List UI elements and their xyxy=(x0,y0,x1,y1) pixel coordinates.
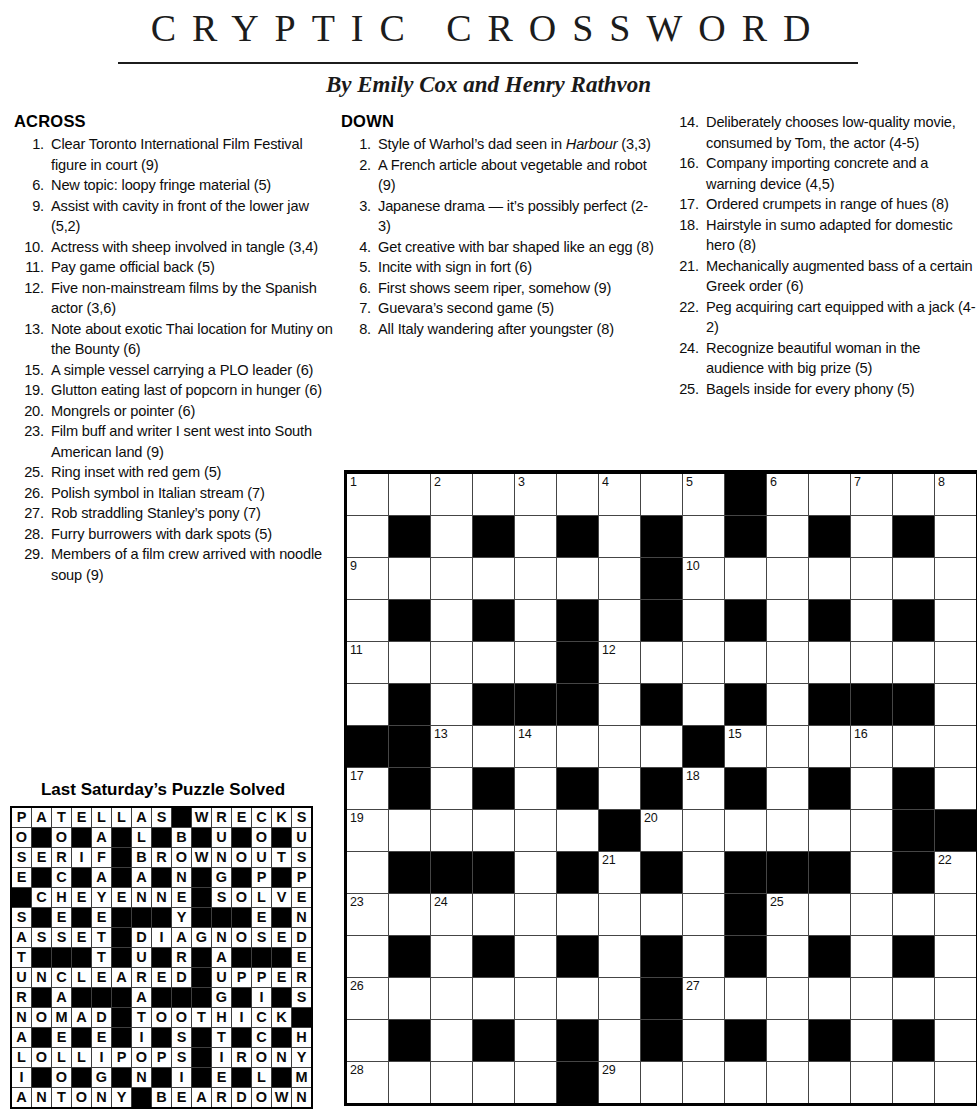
grid-cell[interactable] xyxy=(599,1020,640,1061)
black-cell xyxy=(389,852,430,893)
solved-puzzle-grid: PATELLASWRECKSOOALBUOUSERIFBROWNOUTSECAA… xyxy=(10,806,313,1109)
black-cell xyxy=(725,474,766,515)
clue-item: 22.Peg acquiring cart equipped with a ja… xyxy=(662,297,976,338)
grid-cell[interactable] xyxy=(725,978,766,1019)
grid-cell[interactable] xyxy=(809,642,850,683)
grid-cell[interactable] xyxy=(431,516,472,557)
grid-cell[interactable] xyxy=(851,936,892,977)
grid-cell[interactable] xyxy=(935,1020,976,1061)
grid-cell[interactable]: 15 xyxy=(725,726,766,767)
grid-cell[interactable] xyxy=(557,558,598,599)
black-cell xyxy=(192,828,211,847)
grid-cell[interactable]: 16 xyxy=(851,726,892,767)
cell-number: 2 xyxy=(434,475,441,489)
solved-letter-cell: P xyxy=(232,968,251,987)
black-cell xyxy=(557,1062,598,1103)
grid-cell[interactable] xyxy=(767,1062,808,1103)
grid-cell[interactable] xyxy=(515,978,556,1019)
grid-cell[interactable] xyxy=(641,642,682,683)
clue-text: New topic: loopy fringe material (5) xyxy=(51,177,271,193)
black-cell xyxy=(232,1028,251,1047)
grid-cell[interactable] xyxy=(473,810,514,851)
clue-item: 27.Rob straddling Stanley’s pony (7) xyxy=(14,503,336,524)
grid-cell[interactable] xyxy=(599,768,640,809)
solved-letter-cell: I xyxy=(12,1068,31,1087)
solved-letter-cell: C xyxy=(52,968,71,987)
grid-cell[interactable] xyxy=(515,768,556,809)
grid-cell[interactable] xyxy=(893,558,934,599)
grid-cell[interactable] xyxy=(851,852,892,893)
grid-cell[interactable]: 25 xyxy=(767,894,808,935)
cell-number: 15 xyxy=(728,727,741,741)
grid-cell[interactable] xyxy=(599,516,640,557)
grid-cell[interactable] xyxy=(851,558,892,599)
solved-letter-cell: S xyxy=(252,928,271,947)
grid-cell[interactable] xyxy=(851,1062,892,1103)
solved-letter-cell: S xyxy=(52,928,71,947)
clue-item: 18.Hairstyle in sumo adapted for domesti… xyxy=(662,215,976,256)
black-cell xyxy=(641,936,682,977)
grid-cell[interactable] xyxy=(767,726,808,767)
solved-letter-cell: A xyxy=(212,948,231,967)
clue-text: First shows seem riper, somehow (9) xyxy=(378,280,611,296)
grid-cell[interactable] xyxy=(599,558,640,599)
grid-cell[interactable]: 14 xyxy=(515,726,556,767)
solved-letter-cell: N xyxy=(32,968,51,987)
grid-cell[interactable] xyxy=(347,684,388,725)
grid-cell[interactable] xyxy=(389,558,430,599)
grid-cell[interactable] xyxy=(473,642,514,683)
solved-letter-cell: T xyxy=(52,1088,71,1107)
cell-number: 23 xyxy=(350,895,363,909)
black-cell xyxy=(557,516,598,557)
black-cell xyxy=(232,908,251,927)
grid-cell[interactable] xyxy=(725,810,766,851)
black-cell xyxy=(272,1028,291,1047)
grid-cell[interactable] xyxy=(557,726,598,767)
grid-cell[interactable]: 26 xyxy=(347,978,388,1019)
grid-cell[interactable]: 9 xyxy=(347,558,388,599)
grid-cell[interactable] xyxy=(767,600,808,641)
black-cell xyxy=(192,868,211,887)
solved-letter-cell: E xyxy=(52,908,71,927)
black-cell xyxy=(389,768,430,809)
grid-cell[interactable]: 5 xyxy=(683,474,724,515)
grid-cell[interactable] xyxy=(347,600,388,641)
clue-item: 5.Incite with sign in fort (6) xyxy=(341,257,656,278)
clue-item: 9.Assist with cavity in front of the low… xyxy=(14,196,336,237)
grid-cell[interactable] xyxy=(725,1062,766,1103)
grid-cell[interactable] xyxy=(893,642,934,683)
solved-letter-cell: M xyxy=(52,1008,71,1027)
grid-cell[interactable] xyxy=(599,726,640,767)
solved-letter-cell: O xyxy=(252,1088,271,1107)
clue-text: Mechanically augmented bass of a certain… xyxy=(706,258,973,295)
clue-number: 26. xyxy=(14,483,44,504)
black-cell xyxy=(473,600,514,641)
clue-text: Members of a film crew arrived with nood… xyxy=(51,546,322,583)
clue-number: 2. xyxy=(341,155,371,176)
black-cell xyxy=(292,1008,311,1027)
solved-letter-cell: L xyxy=(252,888,271,907)
grid-cell[interactable] xyxy=(767,810,808,851)
grid-cell[interactable]: 1 xyxy=(347,474,388,515)
grid-cell[interactable] xyxy=(473,474,514,515)
black-cell xyxy=(767,852,808,893)
grid-cell[interactable] xyxy=(809,1062,850,1103)
black-cell xyxy=(557,852,598,893)
grid-cell[interactable] xyxy=(809,726,850,767)
black-cell xyxy=(809,600,850,641)
grid-cell[interactable] xyxy=(515,558,556,599)
grid-cell[interactable]: 22 xyxy=(935,852,976,893)
grid-cell[interactable] xyxy=(893,978,934,1019)
grid-cell[interactable]: 11 xyxy=(347,642,388,683)
clue-text: Assist with cavity in front of the lower… xyxy=(51,198,309,235)
black-cell xyxy=(192,908,211,927)
black-cell xyxy=(557,642,598,683)
grid-cell[interactable] xyxy=(641,474,682,515)
cell-number: 17 xyxy=(350,769,363,783)
solved-letter-cell: A xyxy=(12,1088,31,1107)
black-cell xyxy=(389,1020,430,1061)
solved-letter-cell: L xyxy=(72,968,91,987)
clue-item: 2.A French article about vegetable and r… xyxy=(341,155,656,196)
grid-cell[interactable] xyxy=(389,978,430,1019)
grid-cell[interactable] xyxy=(431,1062,472,1103)
grid-cell[interactable]: 21 xyxy=(599,852,640,893)
solved-letter-cell: O xyxy=(52,828,71,847)
grid-cell[interactable] xyxy=(389,894,430,935)
clue-text: Furry burrowers with dark spots (5) xyxy=(51,526,272,542)
grid-cell[interactable]: 13 xyxy=(431,726,472,767)
grid-cell[interactable] xyxy=(935,936,976,977)
clue-text: Ring inset with red gem (5) xyxy=(51,464,221,480)
black-cell xyxy=(725,768,766,809)
clue-number: 27. xyxy=(14,503,44,524)
solved-letter-cell: T xyxy=(212,1028,231,1047)
clue-item: 6.First shows seem riper, somehow (9) xyxy=(341,278,656,299)
grid-cell[interactable]: 8 xyxy=(935,474,976,515)
grid-cell[interactable] xyxy=(935,600,976,641)
solved-letter-cell: P xyxy=(252,868,271,887)
clue-text: A French article about vegetable and rob… xyxy=(378,157,647,194)
grid-cell[interactable] xyxy=(935,768,976,809)
black-cell xyxy=(725,852,766,893)
clue-item: 6.New topic: loopy fringe material (5) xyxy=(14,175,336,196)
clue-text: Pay game official back (5) xyxy=(51,259,215,275)
clue-text: Mongrels or pointer (6) xyxy=(51,403,195,419)
cell-number: 12 xyxy=(602,643,615,657)
solved-puzzle-title: Last Saturday’s Puzzle Solved xyxy=(10,780,316,800)
grid-cell[interactable] xyxy=(851,810,892,851)
grid-cell[interactable] xyxy=(851,642,892,683)
grid-cell[interactable] xyxy=(515,936,556,977)
grid-cell[interactable] xyxy=(389,642,430,683)
grid-cell[interactable] xyxy=(431,684,472,725)
grid-cell[interactable]: 29 xyxy=(599,1062,640,1103)
grid-cell[interactable] xyxy=(515,894,556,935)
solved-letter-cell: E xyxy=(12,868,31,887)
grid-cell[interactable]: 12 xyxy=(599,642,640,683)
grid-cell[interactable] xyxy=(431,810,472,851)
black-cell xyxy=(935,810,976,851)
black-cell xyxy=(232,988,251,1007)
solved-letter-cell: U xyxy=(212,968,231,987)
grid-cell[interactable] xyxy=(725,642,766,683)
grid-cell[interactable] xyxy=(851,516,892,557)
solved-letter-cell: U xyxy=(252,848,271,867)
grid-cell[interactable]: 24 xyxy=(431,894,472,935)
black-cell xyxy=(272,828,291,847)
grid-cell[interactable] xyxy=(641,726,682,767)
grid-cell[interactable] xyxy=(851,894,892,935)
grid-cell[interactable] xyxy=(515,600,556,641)
black-cell xyxy=(272,988,291,1007)
grid-cell[interactable] xyxy=(473,894,514,935)
grid-cell[interactable] xyxy=(557,810,598,851)
grid-cell[interactable] xyxy=(515,810,556,851)
clue-number: 20. xyxy=(14,401,44,422)
grid-cell[interactable] xyxy=(683,684,724,725)
solved-letter-cell: A xyxy=(32,808,51,827)
solved-letter-cell: A xyxy=(52,988,71,1007)
grid-cell[interactable] xyxy=(557,978,598,1019)
grid-cell[interactable]: 20 xyxy=(641,810,682,851)
grid-cell[interactable] xyxy=(935,684,976,725)
grid-cell[interactable] xyxy=(599,978,640,1019)
grid-cell[interactable]: 4 xyxy=(599,474,640,515)
solved-letter-cell: A xyxy=(132,988,151,1007)
grid-cell[interactable] xyxy=(767,936,808,977)
clue-number: 29. xyxy=(14,544,44,565)
black-cell xyxy=(473,1020,514,1061)
solved-letter-cell: I xyxy=(232,1008,251,1027)
grid-cell[interactable] xyxy=(431,936,472,977)
clue-text: Note about exotic Thai location for Muti… xyxy=(51,321,333,358)
cell-number: 14 xyxy=(518,727,531,741)
grid-cell[interactable] xyxy=(599,600,640,641)
grid-cell[interactable] xyxy=(683,1062,724,1103)
clue-text: Rob straddling Stanley’s pony (7) xyxy=(51,505,261,521)
grid-cell[interactable]: 10 xyxy=(683,558,724,599)
grid-cell[interactable] xyxy=(347,936,388,977)
solved-letter-cell: O xyxy=(172,848,191,867)
down-header: DOWN xyxy=(341,112,656,131)
grid-cell[interactable] xyxy=(851,978,892,1019)
clue-text: Deliberately chooses low-quality movie, … xyxy=(706,114,956,151)
grid-cell[interactable] xyxy=(935,1062,976,1103)
grid-cell[interactable] xyxy=(935,642,976,683)
grid-cell[interactable] xyxy=(935,978,976,1019)
grid-cell[interactable] xyxy=(473,726,514,767)
black-cell xyxy=(347,726,388,767)
grid-cell[interactable]: 6 xyxy=(767,474,808,515)
grid-cell[interactable]: 19 xyxy=(347,810,388,851)
grid-cell[interactable] xyxy=(935,558,976,599)
grid-cell[interactable] xyxy=(767,684,808,725)
solved-letter-cell: A xyxy=(72,1008,91,1027)
cell-number: 28 xyxy=(350,1063,363,1077)
solved-letter-cell: B xyxy=(152,1088,171,1107)
grid-cell[interactable] xyxy=(431,768,472,809)
grid-cell[interactable]: 7 xyxy=(851,474,892,515)
solved-letter-cell: K xyxy=(272,1008,291,1027)
grid-cell[interactable] xyxy=(935,726,976,767)
black-cell xyxy=(72,988,91,1007)
grid-cell[interactable] xyxy=(767,558,808,599)
solved-letter-cell: R xyxy=(292,968,311,987)
solved-letter-cell: Y xyxy=(292,1048,311,1067)
grid-cell[interactable] xyxy=(809,474,850,515)
solved-letter-cell: C xyxy=(252,1028,271,1047)
black-cell xyxy=(641,516,682,557)
black-cell xyxy=(641,768,682,809)
grid-cell[interactable]: 27 xyxy=(683,978,724,1019)
grid-cell[interactable] xyxy=(809,558,850,599)
solved-letter-cell: N xyxy=(212,848,231,867)
grid-cell[interactable] xyxy=(431,600,472,641)
grid-cell[interactable] xyxy=(557,894,598,935)
grid-cell[interactable] xyxy=(431,978,472,1019)
grid-cell[interactable] xyxy=(893,474,934,515)
grid-cell[interactable] xyxy=(683,894,724,935)
black-cell xyxy=(112,1008,131,1027)
grid-cell[interactable] xyxy=(683,852,724,893)
solved-letter-cell: E xyxy=(172,1088,191,1107)
grid-cell[interactable] xyxy=(809,978,850,1019)
clue-number: 11. xyxy=(14,257,44,278)
solved-letter-cell: I xyxy=(212,1048,231,1067)
grid-cell[interactable] xyxy=(389,1062,430,1103)
black-cell xyxy=(515,684,556,725)
grid-cell[interactable] xyxy=(557,474,598,515)
across-header: ACROSS xyxy=(14,112,336,131)
grid-cell[interactable]: 18 xyxy=(683,768,724,809)
grid-cell[interactable] xyxy=(767,516,808,557)
cell-number: 24 xyxy=(434,895,447,909)
grid-cell[interactable] xyxy=(893,894,934,935)
grid-cell[interactable] xyxy=(641,1062,682,1103)
grid-cell[interactable] xyxy=(851,768,892,809)
black-cell xyxy=(152,948,171,967)
cell-number: 18 xyxy=(686,769,699,783)
grid-cell[interactable] xyxy=(599,894,640,935)
solved-letter-cell: E xyxy=(232,808,251,827)
black-cell xyxy=(557,600,598,641)
solved-letter-cell: U xyxy=(132,948,151,967)
solved-letter-cell: N xyxy=(132,1068,151,1087)
grid-cell[interactable] xyxy=(473,1062,514,1103)
grid-cell[interactable] xyxy=(767,642,808,683)
grid-cell[interactable] xyxy=(515,1020,556,1061)
grid-cell[interactable] xyxy=(599,684,640,725)
grid-cell[interactable] xyxy=(809,894,850,935)
grid-cell[interactable] xyxy=(599,936,640,977)
grid-cell[interactable] xyxy=(725,558,766,599)
grid-cell[interactable] xyxy=(935,516,976,557)
grid-cell[interactable]: 28 xyxy=(347,1062,388,1103)
grid-cell[interactable] xyxy=(347,852,388,893)
clue-item: 7.Guevara’s second game (5) xyxy=(341,298,656,319)
solved-letter-cell: O xyxy=(32,1008,51,1027)
grid-cell[interactable]: 17 xyxy=(347,768,388,809)
solved-letter-cell: A xyxy=(92,868,111,887)
black-cell xyxy=(389,516,430,557)
grid-cell[interactable] xyxy=(893,726,934,767)
grid-cell[interactable] xyxy=(431,558,472,599)
grid-cell[interactable] xyxy=(683,1020,724,1061)
black-cell xyxy=(32,988,51,1007)
grid-cell[interactable] xyxy=(347,516,388,557)
crossword-page: CRYPTIC CROSSWORD By Emily Cox and Henry… xyxy=(0,0,977,1116)
grid-cell[interactable] xyxy=(683,600,724,641)
grid-cell[interactable] xyxy=(389,474,430,515)
grid-cell[interactable] xyxy=(851,1020,892,1061)
clue-text: Recognize beautiful woman in the audienc… xyxy=(706,340,920,377)
grid-cell[interactable] xyxy=(473,978,514,1019)
clue-item: 19.Glutton eating last of popcorn in hun… xyxy=(14,380,336,401)
grid-cell[interactable]: 2 xyxy=(431,474,472,515)
black-cell xyxy=(725,894,766,935)
clue-item: 8.All Italy wandering after youngster (8… xyxy=(341,319,656,340)
clue-number: 4. xyxy=(341,237,371,258)
solved-letter-cell: G xyxy=(212,868,231,887)
black-cell xyxy=(192,888,211,907)
solved-letter-cell: N xyxy=(152,888,171,907)
solved-letter-cell: M xyxy=(292,1068,311,1087)
grid-cell[interactable] xyxy=(683,516,724,557)
grid-cell[interactable] xyxy=(431,1020,472,1061)
grid-cell[interactable] xyxy=(515,1062,556,1103)
solved-letter-cell: B xyxy=(132,848,151,867)
clue-item: 1.Clear Toronto International Film Festi… xyxy=(14,134,336,175)
black-cell xyxy=(192,1048,211,1067)
grid-cell[interactable] xyxy=(515,516,556,557)
black-cell xyxy=(192,1068,211,1087)
grid-cell[interactable] xyxy=(683,810,724,851)
grid-cell[interactable] xyxy=(641,894,682,935)
solved-letter-cell: A xyxy=(92,828,111,847)
grid-cell[interactable] xyxy=(767,1020,808,1061)
grid-cell[interactable] xyxy=(473,558,514,599)
grid-cell[interactable]: 3 xyxy=(515,474,556,515)
down-clue-list: 1.Style of Warhol’s dad seen in Harbour … xyxy=(341,134,656,339)
grid-cell[interactable] xyxy=(851,600,892,641)
grid-cell[interactable] xyxy=(347,1020,388,1061)
grid-cell[interactable] xyxy=(683,642,724,683)
grid-cell[interactable] xyxy=(893,1062,934,1103)
grid-cell[interactable]: 23 xyxy=(347,894,388,935)
solved-letter-cell: R xyxy=(172,948,191,967)
grid-cell[interactable] xyxy=(767,978,808,1019)
black-cell xyxy=(557,768,598,809)
black-cell xyxy=(152,828,171,847)
cell-number: 16 xyxy=(854,727,867,741)
black-cell xyxy=(32,1028,51,1047)
grid-cell[interactable] xyxy=(389,810,430,851)
grid-cell[interactable] xyxy=(683,936,724,977)
grid-cell[interactable] xyxy=(515,852,556,893)
black-cell xyxy=(32,1068,51,1087)
grid-cell[interactable] xyxy=(809,810,850,851)
grid-cell[interactable] xyxy=(515,642,556,683)
grid-cell[interactable] xyxy=(935,894,976,935)
grid-cell[interactable] xyxy=(767,768,808,809)
grid-cell[interactable] xyxy=(431,642,472,683)
black-cell xyxy=(473,768,514,809)
black-cell xyxy=(641,558,682,599)
